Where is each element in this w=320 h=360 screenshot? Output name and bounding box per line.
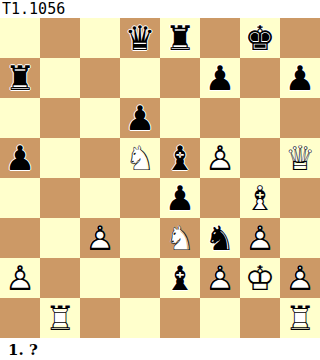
white-pawn: ♙	[0, 258, 40, 298]
square-b8[interactable]	[40, 18, 80, 58]
white-king-fill: ♚	[240, 258, 280, 298]
black-pawn: ♟	[280, 58, 320, 98]
black-rook: ♜	[0, 58, 40, 98]
square-e8[interactable]: ♜	[160, 18, 200, 58]
white-bishop: ♗	[240, 178, 280, 218]
square-g6[interactable]	[240, 98, 280, 138]
white-queen: ♕	[280, 138, 320, 178]
square-d3[interactable]	[120, 218, 160, 258]
black-bishop: ♝	[160, 138, 200, 178]
black-pawn: ♟	[0, 138, 40, 178]
square-h8[interactable]	[280, 18, 320, 58]
white-rook: ♖	[280, 298, 320, 338]
square-c8[interactable]	[80, 18, 120, 58]
puzzle-id: T1.1056	[0, 0, 320, 18]
white-pawn: ♙	[280, 258, 320, 298]
white-rook-fill: ♜	[280, 298, 320, 338]
square-a1[interactable]	[0, 298, 40, 338]
square-c3[interactable]: ♟♙	[80, 218, 120, 258]
move-prompt: 1. ?	[0, 338, 320, 360]
square-b4[interactable]	[40, 178, 80, 218]
square-c7[interactable]	[80, 58, 120, 98]
square-a3[interactable]	[0, 218, 40, 258]
white-rook: ♖	[40, 298, 80, 338]
black-knight: ♞	[200, 218, 240, 258]
square-c6[interactable]	[80, 98, 120, 138]
white-pawn: ♙	[200, 258, 240, 298]
square-g5[interactable]	[240, 138, 280, 178]
square-f2[interactable]: ♟♙	[200, 258, 240, 298]
square-f4[interactable]	[200, 178, 240, 218]
white-knight-fill: ♞	[120, 138, 160, 178]
square-b2[interactable]	[40, 258, 80, 298]
white-pawn-fill: ♟	[200, 138, 240, 178]
square-g8[interactable]: ♚	[240, 18, 280, 58]
white-pawn-fill: ♟	[0, 258, 40, 298]
black-king: ♚	[240, 18, 280, 58]
white-pawn-fill: ♟	[200, 258, 240, 298]
square-a4[interactable]	[0, 178, 40, 218]
white-knight: ♘	[160, 218, 200, 258]
square-h3[interactable]	[280, 218, 320, 258]
white-knight: ♘	[120, 138, 160, 178]
square-e3[interactable]: ♞♘	[160, 218, 200, 258]
white-king: ♔	[240, 258, 280, 298]
square-d2[interactable]	[120, 258, 160, 298]
square-c1[interactable]	[80, 298, 120, 338]
square-f8[interactable]	[200, 18, 240, 58]
square-a7[interactable]: ♜	[0, 58, 40, 98]
white-pawn: ♙	[80, 218, 120, 258]
square-h4[interactable]	[280, 178, 320, 218]
square-a2[interactable]: ♟♙	[0, 258, 40, 298]
square-b3[interactable]	[40, 218, 80, 258]
square-h6[interactable]	[280, 98, 320, 138]
square-c2[interactable]	[80, 258, 120, 298]
black-pawn: ♟	[160, 178, 200, 218]
square-h5[interactable]: ♛♕	[280, 138, 320, 178]
chess-puzzle-page: T1.1056 ♛♜♚♜♟♟♟♟♞♘♝♟♙♛♕♟♝♗♟♙♞♘♞♟♙♟♙♝♟♙♚♔…	[0, 0, 320, 360]
black-bishop: ♝	[160, 258, 200, 298]
square-h2[interactable]: ♟♙	[280, 258, 320, 298]
square-e5[interactable]: ♝	[160, 138, 200, 178]
square-c4[interactable]	[80, 178, 120, 218]
white-rook-fill: ♜	[40, 298, 80, 338]
black-pawn: ♟	[200, 58, 240, 98]
square-e6[interactable]	[160, 98, 200, 138]
square-g4[interactable]: ♝♗	[240, 178, 280, 218]
square-b1[interactable]: ♜♖	[40, 298, 80, 338]
white-pawn-fill: ♟	[80, 218, 120, 258]
square-d1[interactable]	[120, 298, 160, 338]
square-d4[interactable]	[120, 178, 160, 218]
black-rook: ♜	[160, 18, 200, 58]
square-b7[interactable]	[40, 58, 80, 98]
chess-board: ♛♜♚♜♟♟♟♟♞♘♝♟♙♛♕♟♝♗♟♙♞♘♞♟♙♟♙♝♟♙♚♔♟♙♜♖♜♖	[0, 18, 320, 338]
white-pawn: ♙	[240, 218, 280, 258]
white-pawn: ♙	[200, 138, 240, 178]
black-queen: ♛	[120, 18, 160, 58]
square-b5[interactable]	[40, 138, 80, 178]
white-knight-fill: ♞	[160, 218, 200, 258]
square-g7[interactable]	[240, 58, 280, 98]
square-g1[interactable]	[240, 298, 280, 338]
square-f3[interactable]: ♞	[200, 218, 240, 258]
square-f7[interactable]: ♟	[200, 58, 240, 98]
square-a6[interactable]	[0, 98, 40, 138]
square-g3[interactable]: ♟♙	[240, 218, 280, 258]
square-d8[interactable]: ♛	[120, 18, 160, 58]
white-queen-fill: ♛	[280, 138, 320, 178]
square-d5[interactable]: ♞♘	[120, 138, 160, 178]
square-e7[interactable]	[160, 58, 200, 98]
square-d6[interactable]: ♟	[120, 98, 160, 138]
black-pawn: ♟	[120, 98, 160, 138]
white-bishop-fill: ♝	[240, 178, 280, 218]
square-a8[interactable]	[0, 18, 40, 58]
square-e4[interactable]: ♟	[160, 178, 200, 218]
white-pawn-fill: ♟	[240, 218, 280, 258]
square-e1[interactable]	[160, 298, 200, 338]
square-e2[interactable]: ♝	[160, 258, 200, 298]
square-h1[interactable]: ♜♖	[280, 298, 320, 338]
white-pawn-fill: ♟	[280, 258, 320, 298]
square-f1[interactable]	[200, 298, 240, 338]
square-d7[interactable]	[120, 58, 160, 98]
square-f5[interactable]: ♟♙	[200, 138, 240, 178]
square-c5[interactable]	[80, 138, 120, 178]
square-f6[interactable]	[200, 98, 240, 138]
square-a5[interactable]: ♟	[0, 138, 40, 178]
square-g2[interactable]: ♚♔	[240, 258, 280, 298]
square-h7[interactable]: ♟	[280, 58, 320, 98]
square-b6[interactable]	[40, 98, 80, 138]
